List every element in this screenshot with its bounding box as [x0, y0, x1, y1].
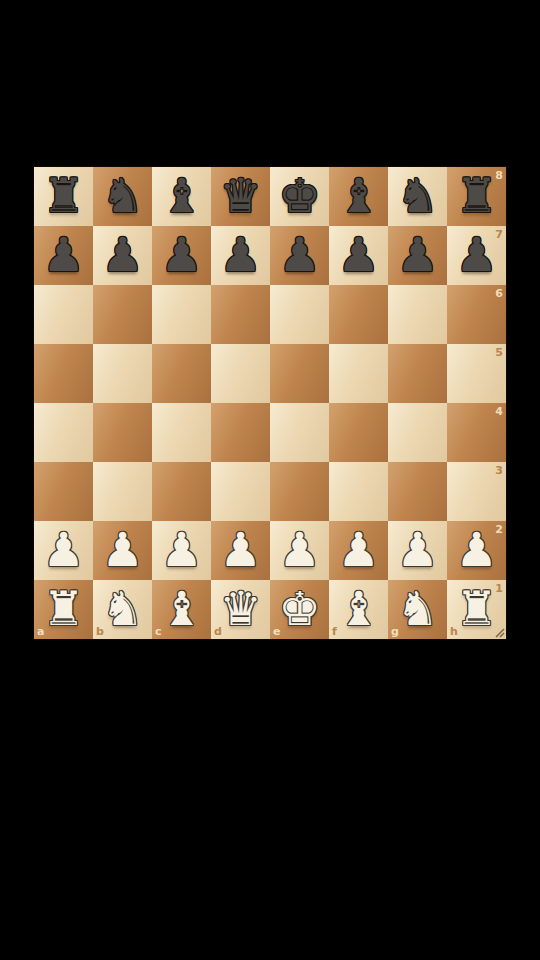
square-b6[interactable] [93, 285, 152, 344]
square-e2[interactable]: ♟ [270, 521, 329, 580]
piece-black-pawn[interactable]: ♟ [160, 225, 202, 284]
square-a3[interactable] [34, 462, 93, 521]
square-c7[interactable]: ♟ [152, 226, 211, 285]
square-a4[interactable] [34, 403, 93, 462]
piece-black-pawn[interactable]: ♟ [337, 225, 379, 284]
square-d3[interactable] [211, 462, 270, 521]
square-e8[interactable]: ♚ [270, 167, 329, 226]
square-c5[interactable] [152, 344, 211, 403]
board-resize-handle-icon[interactable] [493, 626, 505, 638]
square-d1[interactable]: ♛d [211, 580, 270, 639]
square-d8[interactable]: ♛ [211, 167, 270, 226]
square-h4[interactable]: 4 [447, 403, 506, 462]
piece-black-bishop[interactable]: ♝ [337, 166, 379, 225]
square-f1[interactable]: ♝f [329, 580, 388, 639]
rank-label-3: 3 [495, 465, 503, 476]
square-d6[interactable] [211, 285, 270, 344]
square-g1[interactable]: ♞g [388, 580, 447, 639]
square-c8[interactable]: ♝ [152, 167, 211, 226]
square-f6[interactable] [329, 285, 388, 344]
square-a6[interactable] [34, 285, 93, 344]
piece-black-rook[interactable]: ♜ [455, 166, 497, 225]
piece-black-king[interactable]: ♚ [278, 166, 320, 225]
piece-white-queen[interactable]: ♛ [219, 579, 261, 638]
square-a7[interactable]: ♟ [34, 226, 93, 285]
piece-black-knight[interactable]: ♞ [101, 166, 143, 225]
square-e1[interactable]: ♚e [270, 580, 329, 639]
square-g6[interactable] [388, 285, 447, 344]
square-a2[interactable]: ♟ [34, 521, 93, 580]
square-h3[interactable]: 3 [447, 462, 506, 521]
rank-label-6: 6 [495, 288, 503, 299]
square-b1[interactable]: ♞b [93, 580, 152, 639]
square-a8[interactable]: ♜ [34, 167, 93, 226]
square-g5[interactable] [388, 344, 447, 403]
square-f8[interactable]: ♝ [329, 167, 388, 226]
piece-white-pawn[interactable]: ♟ [337, 520, 379, 579]
square-a1[interactable]: ♜a [34, 580, 93, 639]
square-e6[interactable] [270, 285, 329, 344]
square-g3[interactable] [388, 462, 447, 521]
square-h8[interactable]: ♜8 [447, 167, 506, 226]
piece-white-bishop[interactable]: ♝ [160, 579, 202, 638]
square-b3[interactable] [93, 462, 152, 521]
piece-black-pawn[interactable]: ♟ [396, 225, 438, 284]
square-b2[interactable]: ♟ [93, 521, 152, 580]
piece-black-pawn[interactable]: ♟ [101, 225, 143, 284]
piece-white-pawn[interactable]: ♟ [278, 520, 320, 579]
square-d7[interactable]: ♟ [211, 226, 270, 285]
piece-white-pawn[interactable]: ♟ [455, 520, 497, 579]
square-c1[interactable]: ♝c [152, 580, 211, 639]
square-c4[interactable] [152, 403, 211, 462]
square-f5[interactable] [329, 344, 388, 403]
piece-black-bishop[interactable]: ♝ [160, 166, 202, 225]
piece-white-king[interactable]: ♚ [278, 579, 320, 638]
square-b7[interactable]: ♟ [93, 226, 152, 285]
square-b8[interactable]: ♞ [93, 167, 152, 226]
piece-white-pawn[interactable]: ♟ [101, 520, 143, 579]
piece-black-pawn[interactable]: ♟ [455, 225, 497, 284]
piece-black-pawn[interactable]: ♟ [278, 225, 320, 284]
square-h2[interactable]: ♟2 [447, 521, 506, 580]
rank-label-5: 5 [495, 347, 503, 358]
piece-white-knight[interactable]: ♞ [396, 579, 438, 638]
square-h5[interactable]: 5 [447, 344, 506, 403]
square-f3[interactable] [329, 462, 388, 521]
square-f7[interactable]: ♟ [329, 226, 388, 285]
square-f4[interactable] [329, 403, 388, 462]
square-c2[interactable]: ♟ [152, 521, 211, 580]
square-e7[interactable]: ♟ [270, 226, 329, 285]
square-h6[interactable]: 6 [447, 285, 506, 344]
square-c3[interactable] [152, 462, 211, 521]
square-g4[interactable] [388, 403, 447, 462]
square-g7[interactable]: ♟ [388, 226, 447, 285]
piece-white-pawn[interactable]: ♟ [396, 520, 438, 579]
piece-white-rook[interactable]: ♜ [455, 579, 497, 638]
piece-white-knight[interactable]: ♞ [101, 579, 143, 638]
piece-white-rook[interactable]: ♜ [42, 579, 84, 638]
square-g2[interactable]: ♟ [388, 521, 447, 580]
piece-black-knight[interactable]: ♞ [396, 166, 438, 225]
square-a5[interactable] [34, 344, 93, 403]
square-e3[interactable] [270, 462, 329, 521]
file-label-f: f [332, 626, 337, 637]
square-d4[interactable] [211, 403, 270, 462]
piece-white-pawn[interactable]: ♟ [160, 520, 202, 579]
piece-black-pawn[interactable]: ♟ [42, 225, 84, 284]
square-b4[interactable] [93, 403, 152, 462]
square-d2[interactable]: ♟ [211, 521, 270, 580]
square-d5[interactable] [211, 344, 270, 403]
square-f2[interactable]: ♟ [329, 521, 388, 580]
square-b5[interactable] [93, 344, 152, 403]
square-g8[interactable]: ♞ [388, 167, 447, 226]
square-h1[interactable]: ♜1h [447, 580, 506, 639]
piece-black-queen[interactable]: ♛ [219, 166, 261, 225]
app-background: ♜♞♝♛♚♝♞♜8♟♟♟♟♟♟♟♟76543♟♟♟♟♟♟♟♟2♜a♞b♝c♛d♚… [0, 0, 540, 960]
piece-white-pawn[interactable]: ♟ [42, 520, 84, 579]
rank-label-4: 4 [495, 406, 503, 417]
piece-white-pawn[interactable]: ♟ [219, 520, 261, 579]
square-e4[interactable] [270, 403, 329, 462]
piece-black-pawn[interactable]: ♟ [219, 225, 261, 284]
piece-white-bishop[interactable]: ♝ [337, 579, 379, 638]
piece-black-rook[interactable]: ♜ [42, 166, 84, 225]
chess-board: ♜♞♝♛♚♝♞♜8♟♟♟♟♟♟♟♟76543♟♟♟♟♟♟♟♟2♜a♞b♝c♛d♚… [34, 167, 506, 639]
square-e5[interactable] [270, 344, 329, 403]
square-c6[interactable] [152, 285, 211, 344]
square-h7[interactable]: ♟7 [447, 226, 506, 285]
